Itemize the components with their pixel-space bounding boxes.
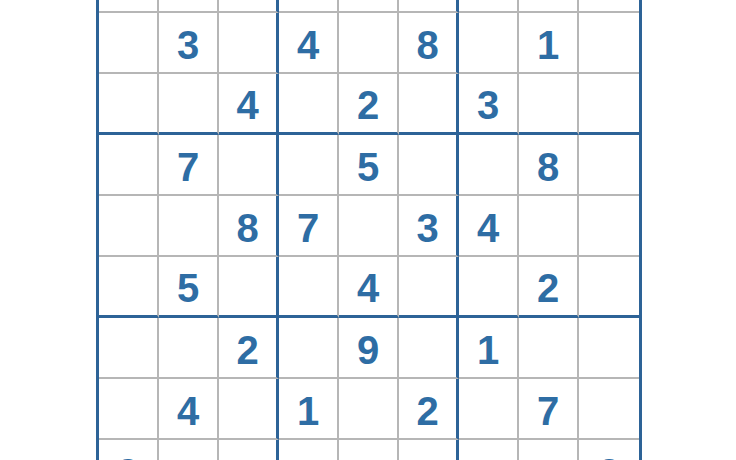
cell-r8c5[interactable] [339, 379, 399, 440]
cell-r1c4[interactable] [279, 0, 339, 13]
cell-r3c2[interactable] [159, 74, 219, 135]
cell-r5c5[interactable] [339, 196, 399, 257]
cell-r7c7[interactable]: 1 [459, 318, 519, 379]
cell-r2c6[interactable]: 8 [399, 13, 459, 74]
cell-r3c1[interactable] [99, 74, 159, 135]
cell-r6c8[interactable]: 2 [519, 257, 579, 318]
cell-r9c7[interactable] [459, 440, 519, 460]
cell-r6c4[interactable] [279, 257, 339, 318]
given-digit: 4 [357, 268, 379, 308]
cell-r4c4[interactable] [279, 135, 339, 196]
cell-r4c3[interactable] [219, 135, 279, 196]
cell-r1c3[interactable] [219, 0, 279, 13]
cell-r3c4[interactable] [279, 74, 339, 135]
cell-r5c2[interactable] [159, 196, 219, 257]
cell-r3c9[interactable] [579, 74, 639, 135]
given-digit: 2 [537, 268, 559, 308]
cell-r4c6[interactable] [399, 135, 459, 196]
given-digit: 9 [117, 453, 139, 460]
cell-r4c5[interactable]: 5 [339, 135, 399, 196]
cell-r8c3[interactable] [219, 379, 279, 440]
page-viewport: 5934814237588734542291412792 [0, 0, 736, 460]
cell-r6c3[interactable] [219, 257, 279, 318]
cell-r2c9[interactable] [579, 13, 639, 74]
cell-r7c4[interactable] [279, 318, 339, 379]
cell-r5c4[interactable]: 7 [279, 196, 339, 257]
cell-r4c2[interactable]: 7 [159, 135, 219, 196]
cell-r4c9[interactable] [579, 135, 639, 196]
given-digit: 1 [537, 25, 559, 65]
cell-r1c9[interactable]: 9 [579, 0, 639, 13]
cell-r9c3[interactable] [219, 440, 279, 460]
given-digit: 9 [357, 330, 379, 370]
cell-r4c1[interactable] [99, 135, 159, 196]
cell-r5c9[interactable] [579, 196, 639, 257]
cell-r6c9[interactable] [579, 257, 639, 318]
cell-r3c7[interactable]: 3 [459, 74, 519, 135]
cell-r7c5[interactable]: 9 [339, 318, 399, 379]
given-digit: 7 [177, 147, 199, 187]
cell-r9c5[interactable] [339, 440, 399, 460]
cell-r5c7[interactable]: 4 [459, 196, 519, 257]
cell-r1c6[interactable] [399, 0, 459, 13]
cell-r2c8[interactable]: 1 [519, 13, 579, 74]
given-digit: 4 [236, 85, 258, 125]
given-digit: 4 [477, 208, 499, 248]
cell-r6c5[interactable]: 4 [339, 257, 399, 318]
cell-r2c3[interactable] [219, 13, 279, 74]
cell-r7c2[interactable] [159, 318, 219, 379]
given-digit: 1 [477, 330, 499, 370]
cell-r2c5[interactable] [339, 13, 399, 74]
given-digit: 8 [236, 208, 258, 248]
cell-r2c7[interactable] [459, 13, 519, 74]
cell-r7c6[interactable] [399, 318, 459, 379]
cell-r6c2[interactable]: 5 [159, 257, 219, 318]
given-digit: 8 [416, 25, 438, 65]
cell-r1c5[interactable] [339, 0, 399, 13]
cell-r2c4[interactable]: 4 [279, 13, 339, 74]
cell-r1c2[interactable] [159, 0, 219, 13]
cell-r8c1[interactable] [99, 379, 159, 440]
cell-r7c9[interactable] [579, 318, 639, 379]
sudoku-board: 5934814237588734542291412792 [96, 0, 642, 460]
given-digit: 3 [416, 208, 438, 248]
cell-r5c6[interactable]: 3 [399, 196, 459, 257]
given-digit: 2 [416, 391, 438, 431]
cell-r1c8[interactable] [519, 0, 579, 13]
given-digit: 7 [297, 208, 319, 248]
cell-r9c8[interactable] [519, 440, 579, 460]
cell-r7c1[interactable] [99, 318, 159, 379]
cell-r4c7[interactable] [459, 135, 519, 196]
cell-r8c2[interactable]: 4 [159, 379, 219, 440]
cell-r2c1[interactable] [99, 13, 159, 74]
cell-r9c1[interactable]: 9 [99, 440, 159, 460]
cell-r3c5[interactable]: 2 [339, 74, 399, 135]
cell-r8c9[interactable] [579, 379, 639, 440]
cell-r9c4[interactable] [279, 440, 339, 460]
given-digit: 3 [177, 25, 199, 65]
cell-r8c4[interactable]: 1 [279, 379, 339, 440]
cell-r7c8[interactable] [519, 318, 579, 379]
cell-r6c1[interactable] [99, 257, 159, 318]
given-digit: 2 [598, 453, 620, 460]
given-digit: 4 [177, 391, 199, 431]
cell-r1c7[interactable] [459, 0, 519, 13]
given-digit: 9 [598, 0, 620, 4]
given-digit: 7 [537, 391, 559, 431]
cell-r8c6[interactable]: 2 [399, 379, 459, 440]
cell-r3c3[interactable]: 4 [219, 74, 279, 135]
cell-r8c8[interactable]: 7 [519, 379, 579, 440]
cell-r6c6[interactable] [399, 257, 459, 318]
cell-r5c1[interactable] [99, 196, 159, 257]
cell-r4c8[interactable]: 8 [519, 135, 579, 196]
cell-r7c3[interactable]: 2 [219, 318, 279, 379]
cell-r6c7[interactable] [459, 257, 519, 318]
cell-r5c8[interactable] [519, 196, 579, 257]
cell-r1c1[interactable]: 5 [99, 0, 159, 13]
given-digit: 5 [357, 147, 379, 187]
cell-r3c6[interactable] [399, 74, 459, 135]
cell-r9c9[interactable]: 2 [579, 440, 639, 460]
cell-r8c7[interactable] [459, 379, 519, 440]
cell-r3c8[interactable] [519, 74, 579, 135]
given-digit: 5 [117, 0, 139, 4]
cell-r9c6[interactable] [399, 440, 459, 460]
given-digit: 8 [537, 147, 559, 187]
cell-r9c2[interactable] [159, 440, 219, 460]
cell-r2c2[interactable]: 3 [159, 13, 219, 74]
cell-r5c3[interactable]: 8 [219, 196, 279, 257]
given-digit: 4 [297, 25, 319, 65]
given-digit: 2 [236, 330, 258, 370]
given-digit: 5 [177, 268, 199, 308]
given-digit: 2 [357, 85, 379, 125]
given-digit: 1 [297, 391, 319, 431]
given-digit: 3 [477, 85, 499, 125]
